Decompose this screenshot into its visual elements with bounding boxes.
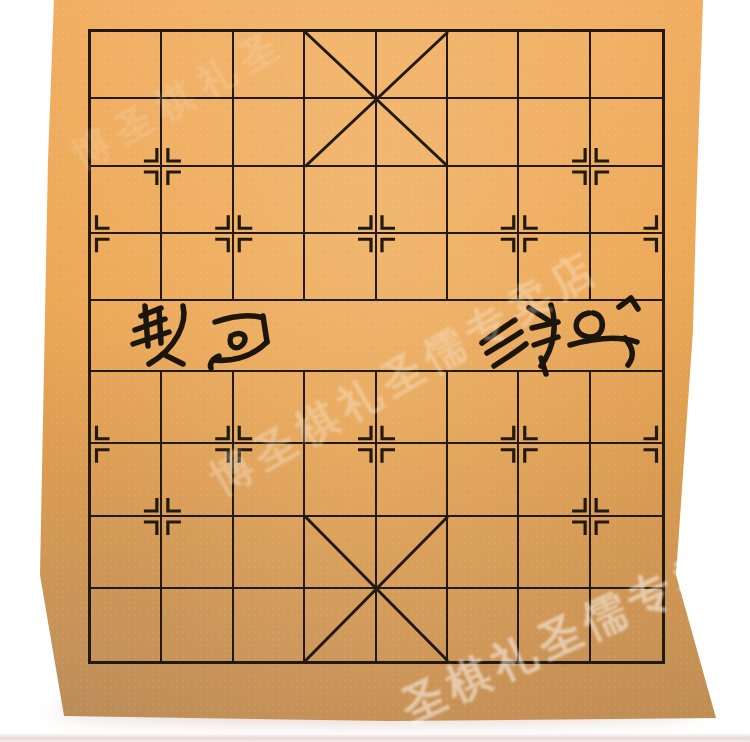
table-edge bbox=[0, 733, 750, 742]
xiangqi-board: 楚河 漢界 bbox=[88, 29, 665, 664]
river-text-right-calligraphy bbox=[482, 298, 638, 374]
board-overlay bbox=[91, 32, 662, 661]
xiangqi-board-photo: 楚河 漢界 博圣棋礼圣 博圣棋礼圣儒专卖店 圣棋礼圣儒专卖店 bbox=[0, 0, 750, 742]
river-text-left-calligraphy bbox=[133, 306, 267, 368]
